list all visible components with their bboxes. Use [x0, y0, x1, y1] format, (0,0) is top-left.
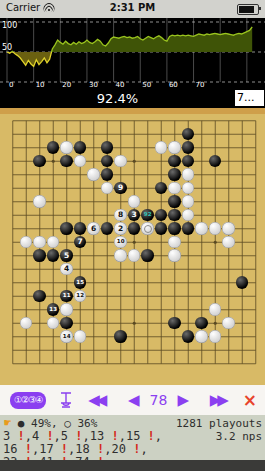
intersection-2-16[interactable] [33, 330, 47, 344]
intersection-16-17[interactable] [222, 344, 236, 358]
intersection-9-3[interactable] [128, 155, 142, 169]
intersection-7-9[interactable] [101, 236, 115, 250]
intersection-3-13[interactable] [47, 290, 61, 304]
intersection-8-15[interactable] [114, 317, 128, 331]
intersection-16-8[interactable] [222, 222, 236, 236]
intersection-13-10[interactable] [182, 249, 196, 263]
intersection-18-12[interactable] [249, 276, 263, 290]
intersection-14-4[interactable] [195, 168, 209, 182]
intersection-1-1[interactable] [20, 128, 34, 142]
intersection-15-2[interactable] [209, 141, 223, 155]
intersection-2-18[interactable] [33, 357, 47, 371]
intersection-7-1[interactable] [101, 128, 115, 142]
intersection-16-5[interactable] [222, 182, 236, 196]
intersection-14-10[interactable] [195, 249, 209, 263]
intersection-16-6[interactable] [222, 195, 236, 209]
intersection-10-12[interactable] [141, 276, 155, 290]
intersection-13-14[interactable] [182, 303, 196, 317]
intersection-17-16[interactable] [236, 330, 250, 344]
intersection-15-3[interactable] [209, 155, 223, 169]
intersection-1-17[interactable] [20, 344, 34, 358]
move-numbers-toggle[interactable]: ①②③④ [10, 392, 46, 409]
intersection-13-11[interactable] [182, 263, 196, 277]
intersection-15-10[interactable] [209, 249, 223, 263]
intersection-8-18[interactable] [114, 357, 128, 371]
intersection-2-10[interactable] [33, 249, 47, 263]
intersection-0-7[interactable] [6, 209, 20, 223]
intersection-9-0[interactable] [128, 114, 142, 128]
intersection-8-8[interactable]: 2 [114, 222, 128, 236]
intersection-6-17[interactable] [87, 344, 101, 358]
intersection-9-14[interactable] [128, 303, 142, 317]
intersection-14-6[interactable] [195, 195, 209, 209]
intersection-4-15[interactable] [60, 317, 74, 331]
intersection-15-11[interactable] [209, 263, 223, 277]
intersection-9-11[interactable] [128, 263, 142, 277]
intersection-7-2[interactable] [101, 141, 115, 155]
intersection-13-1[interactable] [182, 128, 196, 142]
intersection-6-7[interactable] [87, 209, 101, 223]
intersection-18-1[interactable] [249, 128, 263, 142]
intersection-6-14[interactable] [87, 303, 101, 317]
intersection-8-16[interactable] [114, 330, 128, 344]
intersection-9-17[interactable] [128, 344, 142, 358]
intersection-0-12[interactable] [6, 276, 20, 290]
intersection-9-6[interactable] [128, 195, 142, 209]
intersection-14-12[interactable] [195, 276, 209, 290]
intersection-3-10[interactable] [47, 249, 61, 263]
intersection-15-4[interactable] [209, 168, 223, 182]
back-button[interactable]: ◀ [128, 393, 140, 408]
intersection-9-10[interactable] [128, 249, 142, 263]
intersection-2-8[interactable] [33, 222, 47, 236]
intersection-10-2[interactable] [141, 141, 155, 155]
intersection-5-4[interactable] [74, 168, 88, 182]
intersection-12-7[interactable] [168, 209, 182, 223]
intersection-12-8[interactable] [168, 222, 182, 236]
intersection-16-16[interactable] [222, 330, 236, 344]
intersection-1-3[interactable] [20, 155, 34, 169]
intersection-10-16[interactable] [141, 330, 155, 344]
intersection-5-9[interactable]: 7 [74, 236, 88, 250]
intersection-13-0[interactable] [182, 114, 196, 128]
intersection-4-16[interactable]: 14 [60, 330, 74, 344]
intersection-11-10[interactable] [155, 249, 169, 263]
intersection-17-9[interactable] [236, 236, 250, 250]
intersection-8-5[interactable]: 9 [114, 182, 128, 196]
intersection-18-11[interactable] [249, 263, 263, 277]
intersection-10-5[interactable] [141, 182, 155, 196]
intersection-11-13[interactable] [155, 290, 169, 304]
intersection-13-6[interactable] [182, 195, 196, 209]
intersection-13-12[interactable] [182, 276, 196, 290]
intersection-18-10[interactable] [249, 249, 263, 263]
intersection-3-12[interactable] [47, 276, 61, 290]
intersection-4-10[interactable]: 5 [60, 249, 74, 263]
intersection-11-3[interactable] [155, 155, 169, 169]
intersection-15-8[interactable] [209, 222, 223, 236]
intersection-1-14[interactable] [20, 303, 34, 317]
intersection-6-8[interactable]: 6 [87, 222, 101, 236]
intersection-15-13[interactable] [209, 290, 223, 304]
fast-forward-button[interactable]: ▶▶ [210, 393, 225, 408]
intersection-15-16[interactable] [209, 330, 223, 344]
intersection-4-1[interactable] [60, 128, 74, 142]
intersection-8-6[interactable] [114, 195, 128, 209]
intersection-18-5[interactable] [249, 182, 263, 196]
intersection-4-6[interactable] [60, 195, 74, 209]
intersection-2-12[interactable] [33, 276, 47, 290]
intersection-2-9[interactable] [33, 236, 47, 250]
intersection-5-11[interactable] [74, 263, 88, 277]
intersection-16-2[interactable] [222, 141, 236, 155]
intersection-1-16[interactable] [20, 330, 34, 344]
intersection-3-15[interactable] [47, 317, 61, 331]
intersection-1-4[interactable] [20, 168, 34, 182]
intersection-1-5[interactable] [20, 182, 34, 196]
intersection-5-1[interactable] [74, 128, 88, 142]
intersection-3-5[interactable] [47, 182, 61, 196]
intersection-3-1[interactable] [47, 128, 61, 142]
intersection-13-2[interactable] [182, 141, 196, 155]
intersection-11-9[interactable] [155, 236, 169, 250]
intersection-1-10[interactable] [20, 249, 34, 263]
intersection-4-12[interactable] [60, 276, 74, 290]
intersection-18-8[interactable] [249, 222, 263, 236]
intersection-18-18[interactable] [249, 357, 263, 371]
intersection-8-2[interactable] [114, 141, 128, 155]
intersection-5-7[interactable] [74, 209, 88, 223]
intersection-1-13[interactable] [20, 290, 34, 304]
intersection-12-16[interactable] [168, 330, 182, 344]
intersection-5-14[interactable] [74, 303, 88, 317]
intersection-13-18[interactable] [182, 357, 196, 371]
intersection-0-9[interactable] [6, 236, 20, 250]
intersection-18-0[interactable] [249, 114, 263, 128]
intersection-2-2[interactable] [33, 141, 47, 155]
go-board[interactable]: 9839262710541511121314 [0, 114, 265, 385]
intersection-14-14[interactable] [195, 303, 209, 317]
intersection-0-6[interactable] [6, 195, 20, 209]
intersection-5-10[interactable] [74, 249, 88, 263]
intersection-7-5[interactable] [101, 182, 115, 196]
intersection-7-10[interactable] [101, 249, 115, 263]
intersection-16-4[interactable] [222, 168, 236, 182]
intersection-11-15[interactable] [155, 317, 169, 331]
intersection-10-0[interactable] [141, 114, 155, 128]
intersection-13-4[interactable] [182, 168, 196, 182]
intersection-9-18[interactable] [128, 357, 142, 371]
intersection-11-1[interactable] [155, 128, 169, 142]
intersection-17-11[interactable] [236, 263, 250, 277]
intersection-17-15[interactable] [236, 317, 250, 331]
intersection-10-17[interactable] [141, 344, 155, 358]
intersection-12-4[interactable] [168, 168, 182, 182]
intersection-0-14[interactable] [6, 303, 20, 317]
intersection-12-18[interactable] [168, 357, 182, 371]
intersection-1-11[interactable] [20, 263, 34, 277]
intersection-4-2[interactable] [60, 141, 74, 155]
intersection-8-9[interactable]: 10 [114, 236, 128, 250]
intersection-16-7[interactable] [222, 209, 236, 223]
intersection-18-13[interactable] [249, 290, 263, 304]
intersection-6-9[interactable] [87, 236, 101, 250]
intersection-15-15[interactable] [209, 317, 223, 331]
intersection-17-5[interactable] [236, 182, 250, 196]
intersection-18-16[interactable] [249, 330, 263, 344]
intersection-13-16[interactable] [182, 330, 196, 344]
intersection-17-0[interactable] [236, 114, 250, 128]
intersection-7-18[interactable] [101, 357, 115, 371]
intersection-7-4[interactable] [101, 168, 115, 182]
intersection-5-13[interactable]: 12 [74, 290, 88, 304]
intersection-12-0[interactable] [168, 114, 182, 128]
intersection-18-7[interactable] [249, 209, 263, 223]
intersection-8-11[interactable] [114, 263, 128, 277]
intersection-11-6[interactable] [155, 195, 169, 209]
intersection-9-12[interactable] [128, 276, 142, 290]
intersection-17-14[interactable] [236, 303, 250, 317]
intersection-1-0[interactable] [20, 114, 34, 128]
intersection-12-9[interactable] [168, 236, 182, 250]
intersection-10-18[interactable] [141, 357, 155, 371]
intersection-5-18[interactable] [74, 357, 88, 371]
intersection-18-14[interactable] [249, 303, 263, 317]
intersection-6-4[interactable] [87, 168, 101, 182]
intersection-3-8[interactable] [47, 222, 61, 236]
intersection-5-12[interactable]: 15 [74, 276, 88, 290]
intersection-17-4[interactable] [236, 168, 250, 182]
intersection-6-16[interactable] [87, 330, 101, 344]
intersection-12-17[interactable] [168, 344, 182, 358]
intersection-3-0[interactable] [47, 114, 61, 128]
intersection-17-18[interactable] [236, 357, 250, 371]
intersection-18-4[interactable] [249, 168, 263, 182]
intersection-12-15[interactable] [168, 317, 182, 331]
intersection-10-10[interactable] [141, 249, 155, 263]
intersection-12-3[interactable] [168, 155, 182, 169]
intersection-18-15[interactable] [249, 317, 263, 331]
intersection-18-9[interactable] [249, 236, 263, 250]
intersection-13-7[interactable] [182, 209, 196, 223]
intersection-0-10[interactable] [6, 249, 20, 263]
intersection-16-0[interactable] [222, 114, 236, 128]
intersection-2-14[interactable] [33, 303, 47, 317]
intersection-7-3[interactable] [101, 155, 115, 169]
intersection-2-3[interactable] [33, 155, 47, 169]
intersection-13-15[interactable] [182, 317, 196, 331]
intersection-15-6[interactable] [209, 195, 223, 209]
intersection-5-5[interactable] [74, 182, 88, 196]
intersection-12-12[interactable] [168, 276, 182, 290]
intersection-0-18[interactable] [6, 357, 20, 371]
intersection-15-18[interactable] [209, 357, 223, 371]
intersection-14-1[interactable] [195, 128, 209, 142]
intersection-17-1[interactable] [236, 128, 250, 142]
intersection-2-13[interactable] [33, 290, 47, 304]
intersection-3-14[interactable]: 13 [47, 303, 61, 317]
intersection-0-11[interactable] [6, 263, 20, 277]
intersection-11-14[interactable] [155, 303, 169, 317]
intersection-7-13[interactable] [101, 290, 115, 304]
intersection-16-11[interactable] [222, 263, 236, 277]
intersection-9-2[interactable] [128, 141, 142, 155]
intersection-4-11[interactable]: 4 [60, 263, 74, 277]
intersection-7-14[interactable] [101, 303, 115, 317]
intersection-0-1[interactable] [6, 128, 20, 142]
forward-button[interactable]: ▶ [177, 393, 189, 408]
intersection-14-15[interactable] [195, 317, 209, 331]
intersection-8-1[interactable] [114, 128, 128, 142]
intersection-6-15[interactable] [87, 317, 101, 331]
intersection-7-8[interactable] [101, 222, 115, 236]
intersection-13-8[interactable] [182, 222, 196, 236]
intersection-6-5[interactable] [87, 182, 101, 196]
intersection-8-13[interactable] [114, 290, 128, 304]
intersection-9-9[interactable] [128, 236, 142, 250]
intersection-8-12[interactable] [114, 276, 128, 290]
intersection-1-6[interactable] [20, 195, 34, 209]
intersection-6-11[interactable] [87, 263, 101, 277]
intersection-16-14[interactable] [222, 303, 236, 317]
intersection-5-17[interactable] [74, 344, 88, 358]
intersection-13-5[interactable] [182, 182, 196, 196]
intersection-1-2[interactable] [20, 141, 34, 155]
intersection-11-11[interactable] [155, 263, 169, 277]
intersection-3-6[interactable] [47, 195, 61, 209]
intersection-10-1[interactable] [141, 128, 155, 142]
intersection-15-14[interactable] [209, 303, 223, 317]
intersection-12-6[interactable] [168, 195, 182, 209]
intersection-3-11[interactable] [47, 263, 61, 277]
intersection-14-5[interactable] [195, 182, 209, 196]
winrate-graph[interactable]: 10050010203040506070 [0, 18, 265, 88]
intersection-14-13[interactable] [195, 290, 209, 304]
intersection-10-8[interactable] [141, 222, 155, 236]
intersection-11-8[interactable] [155, 222, 169, 236]
intersection-15-7[interactable] [209, 209, 223, 223]
close-icon[interactable]: × [243, 390, 257, 410]
intersection-14-0[interactable] [195, 114, 209, 128]
intersection-0-3[interactable] [6, 155, 20, 169]
intersection-0-15[interactable] [6, 317, 20, 331]
intersection-15-17[interactable] [209, 344, 223, 358]
intersection-14-2[interactable] [195, 141, 209, 155]
intersection-4-18[interactable] [60, 357, 74, 371]
intersection-10-15[interactable] [141, 317, 155, 331]
intersection-1-15[interactable] [20, 317, 34, 331]
intersection-12-10[interactable] [168, 249, 182, 263]
intersection-17-2[interactable] [236, 141, 250, 155]
intersection-14-7[interactable] [195, 209, 209, 223]
intersection-17-7[interactable] [236, 209, 250, 223]
intersection-17-8[interactable] [236, 222, 250, 236]
intersection-6-10[interactable] [87, 249, 101, 263]
intersection-7-16[interactable] [101, 330, 115, 344]
intersection-11-0[interactable] [155, 114, 169, 128]
intersection-14-17[interactable] [195, 344, 209, 358]
intersection-7-12[interactable] [101, 276, 115, 290]
intersection-5-2[interactable] [74, 141, 88, 155]
intersection-6-18[interactable] [87, 357, 101, 371]
intersection-7-6[interactable] [101, 195, 115, 209]
intersection-17-12[interactable] [236, 276, 250, 290]
intersection-2-11[interactable] [33, 263, 47, 277]
intersection-13-17[interactable] [182, 344, 196, 358]
intersection-11-18[interactable] [155, 357, 169, 371]
intersection-16-10[interactable] [222, 249, 236, 263]
analysis-icon[interactable] [58, 391, 74, 409]
intersection-3-9[interactable] [47, 236, 61, 250]
intersection-1-9[interactable] [20, 236, 34, 250]
intersection-18-3[interactable] [249, 155, 263, 169]
intersection-4-14[interactable] [60, 303, 74, 317]
intersection-9-16[interactable] [128, 330, 142, 344]
intersection-5-3[interactable] [74, 155, 88, 169]
intersection-1-12[interactable] [20, 276, 34, 290]
intersection-9-8[interactable] [128, 222, 142, 236]
intersection-16-12[interactable] [222, 276, 236, 290]
intersection-12-2[interactable] [168, 141, 182, 155]
intersection-4-7[interactable] [60, 209, 74, 223]
intersection-10-6[interactable] [141, 195, 155, 209]
intersection-4-17[interactable] [60, 344, 74, 358]
board-cells[interactable]: 9839262710541511121314 [6, 114, 263, 371]
intersection-3-7[interactable] [47, 209, 61, 223]
intersection-14-3[interactable] [195, 155, 209, 169]
intersection-15-9[interactable] [209, 236, 223, 250]
intersection-2-1[interactable] [33, 128, 47, 142]
intersection-17-13[interactable] [236, 290, 250, 304]
intersection-12-14[interactable] [168, 303, 182, 317]
intersection-10-3[interactable] [141, 155, 155, 169]
intersection-15-5[interactable] [209, 182, 223, 196]
intersection-17-10[interactable] [236, 249, 250, 263]
intersection-14-9[interactable] [195, 236, 209, 250]
intersection-16-13[interactable] [222, 290, 236, 304]
intersection-13-9[interactable] [182, 236, 196, 250]
intersection-14-11[interactable] [195, 263, 209, 277]
intersection-8-0[interactable] [114, 114, 128, 128]
intersection-4-0[interactable] [60, 114, 74, 128]
intersection-16-1[interactable] [222, 128, 236, 142]
intersection-8-3[interactable] [114, 155, 128, 169]
intersection-6-1[interactable] [87, 128, 101, 142]
intersection-11-2[interactable] [155, 141, 169, 155]
intersection-14-8[interactable] [195, 222, 209, 236]
intersection-18-6[interactable] [249, 195, 263, 209]
intersection-4-9[interactable] [60, 236, 74, 250]
intersection-13-13[interactable] [182, 290, 196, 304]
intersection-10-11[interactable] [141, 263, 155, 277]
intersection-1-18[interactable] [20, 357, 34, 371]
intersection-3-4[interactable] [47, 168, 61, 182]
intersection-17-3[interactable] [236, 155, 250, 169]
intersection-0-5[interactable] [6, 182, 20, 196]
intersection-10-7[interactable]: 92 [141, 209, 155, 223]
intersection-1-7[interactable] [20, 209, 34, 223]
intersection-10-13[interactable] [141, 290, 155, 304]
intersection-8-4[interactable] [114, 168, 128, 182]
intersection-11-7[interactable] [155, 209, 169, 223]
intersection-12-1[interactable] [168, 128, 182, 142]
intersection-7-15[interactable] [101, 317, 115, 331]
intersection-3-16[interactable] [47, 330, 61, 344]
intersection-5-0[interactable] [74, 114, 88, 128]
intersection-12-5[interactable] [168, 182, 182, 196]
intersection-1-8[interactable] [20, 222, 34, 236]
intersection-16-9[interactable] [222, 236, 236, 250]
